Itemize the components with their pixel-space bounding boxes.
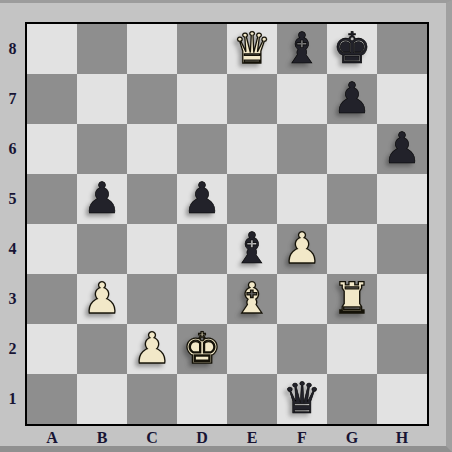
square-c4[interactable] [127,224,177,274]
black-pawn-piece[interactable]: ♟ [377,124,427,174]
square-a4[interactable] [27,224,77,274]
file-label-d: D [177,429,227,447]
square-g2[interactable] [327,324,377,374]
rank-label-8: 8 [0,24,25,74]
rank-label-7: 7 [0,74,25,124]
square-e5[interactable] [227,174,277,224]
file-label-e: E [227,429,277,447]
square-b2[interactable] [77,324,127,374]
square-b1[interactable] [77,374,127,424]
square-e3[interactable]: ♝ [227,274,277,324]
black-pawn-piece[interactable]: ♟ [327,74,377,124]
file-label-c: C [127,429,177,447]
square-g7[interactable]: ♟ [327,74,377,124]
rank-label-2: 2 [0,324,25,374]
square-c6[interactable] [127,124,177,174]
square-h4[interactable] [377,224,427,274]
square-a3[interactable] [27,274,77,324]
white-bishop-piece[interactable]: ♝ [227,274,277,324]
square-h6[interactable]: ♟ [377,124,427,174]
square-f6[interactable] [277,124,327,174]
square-e8[interactable]: ♛ [227,24,277,74]
square-c5[interactable] [127,174,177,224]
square-c1[interactable] [127,374,177,424]
white-pawn-piece[interactable]: ♟ [277,224,327,274]
square-b7[interactable] [77,74,127,124]
white-pawn-piece[interactable]: ♟ [77,274,127,324]
black-bishop-piece[interactable]: ♝ [227,224,277,274]
black-pawn-piece[interactable]: ♟ [77,174,127,224]
square-a8[interactable] [27,24,77,74]
square-d2[interactable]: ♚ [177,324,227,374]
square-e7[interactable] [227,74,277,124]
square-d3[interactable] [177,274,227,324]
square-g3[interactable]: ♜ [327,274,377,324]
square-h5[interactable] [377,174,427,224]
square-e2[interactable] [227,324,277,374]
square-b8[interactable] [77,24,127,74]
file-label-h: H [377,429,427,447]
square-f8[interactable]: ♝ [277,24,327,74]
square-d1[interactable] [177,374,227,424]
square-f4[interactable]: ♟ [277,224,327,274]
rank-label-5: 5 [0,174,25,224]
white-queen-piece[interactable]: ♛ [227,24,277,74]
square-e4[interactable]: ♝ [227,224,277,274]
file-label-g: G [327,429,377,447]
square-f7[interactable] [277,74,327,124]
square-g8[interactable]: ♚ [327,24,377,74]
file-label-f: F [277,429,327,447]
square-c7[interactable] [127,74,177,124]
square-g6[interactable] [327,124,377,174]
rank-label-4: 4 [0,224,25,274]
square-g1[interactable] [327,374,377,424]
square-f3[interactable] [277,274,327,324]
file-labels: ABCDEFGH [27,429,427,447]
square-f1[interactable]: ♛ [277,374,327,424]
rank-label-3: 3 [0,274,25,324]
black-king-piece[interactable]: ♚ [327,24,377,74]
square-b6[interactable] [77,124,127,174]
file-label-b: B [77,429,127,447]
square-b4[interactable] [77,224,127,274]
white-rook-piece[interactable]: ♜ [327,274,377,324]
square-g5[interactable] [327,174,377,224]
square-c3[interactable] [127,274,177,324]
square-d7[interactable] [177,74,227,124]
square-h2[interactable] [377,324,427,374]
square-c8[interactable] [127,24,177,74]
black-pawn-piece[interactable]: ♟ [177,174,227,224]
square-a7[interactable] [27,74,77,124]
square-d4[interactable] [177,224,227,274]
file-label-a: A [27,429,77,447]
chess-diagram-frame: 87654321 ♛♝♚♟♟♟♟♝♟♟♝♜♟♚♛ ABCDEFGH [0,0,452,452]
square-e1[interactable] [227,374,277,424]
square-d6[interactable] [177,124,227,174]
rank-label-1: 1 [0,374,25,424]
square-d8[interactable] [177,24,227,74]
square-a6[interactable] [27,124,77,174]
square-a1[interactable] [27,374,77,424]
square-a2[interactable] [27,324,77,374]
square-h7[interactable] [377,74,427,124]
square-b3[interactable]: ♟ [77,274,127,324]
square-f5[interactable] [277,174,327,224]
square-a5[interactable] [27,174,77,224]
black-bishop-piece[interactable]: ♝ [277,24,327,74]
square-h3[interactable] [377,274,427,324]
square-f2[interactable] [277,324,327,374]
rank-label-6: 6 [0,124,25,174]
square-c2[interactable]: ♟ [127,324,177,374]
white-pawn-piece[interactable]: ♟ [127,324,177,374]
square-h8[interactable] [377,24,427,74]
square-e6[interactable] [227,124,277,174]
square-h1[interactable] [377,374,427,424]
chess-board: ♛♝♚♟♟♟♟♝♟♟♝♜♟♚♛ [25,22,429,426]
square-d5[interactable]: ♟ [177,174,227,224]
black-queen-piece[interactable]: ♛ [277,374,327,424]
square-b5[interactable]: ♟ [77,174,127,224]
white-king-piece[interactable]: ♚ [177,324,227,374]
square-g4[interactable] [327,224,377,274]
rank-labels: 87654321 [0,24,25,424]
